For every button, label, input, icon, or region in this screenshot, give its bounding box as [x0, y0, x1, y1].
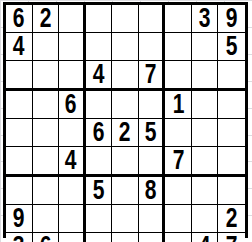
- cell-r3c5[interactable]: [112, 61, 139, 91]
- cell-r2c6[interactable]: [139, 33, 166, 61]
- cell-r1c9[interactable]: 9: [218, 5, 245, 33]
- cell-r2c9[interactable]: 5: [218, 33, 245, 61]
- cell-r7c1[interactable]: [6, 177, 33, 205]
- given-digit: 9: [13, 205, 25, 232]
- given-digit: 9: [226, 5, 238, 32]
- cell-r3c9[interactable]: [218, 61, 245, 91]
- cell-r7c6[interactable]: 8: [139, 177, 166, 205]
- cell-r5c8[interactable]: [192, 119, 219, 147]
- given-digit: 3: [13, 233, 25, 242]
- cell-r6c6[interactable]: [139, 147, 166, 177]
- cell-r6c5[interactable]: [112, 147, 139, 177]
- cell-r7c5[interactable]: [112, 177, 139, 205]
- given-digit: 1: [172, 91, 184, 118]
- cell-r8c2[interactable]: [33, 205, 60, 233]
- cell-r1c4[interactable]: [86, 5, 113, 33]
- cell-r4c9[interactable]: [218, 91, 245, 119]
- cell-r3c8[interactable]: [192, 61, 219, 91]
- cell-r9c4[interactable]: [86, 233, 113, 242]
- cell-r7c2[interactable]: [33, 177, 60, 205]
- given-digit: 4: [93, 61, 105, 88]
- given-digit: 2: [39, 5, 51, 32]
- cell-r2c1[interactable]: 4: [6, 33, 33, 61]
- given-digit: 4: [199, 233, 211, 242]
- cell-r1c5[interactable]: [112, 5, 139, 33]
- given-digit: 2: [119, 119, 131, 146]
- cell-r4c7[interactable]: 1: [165, 91, 192, 119]
- cell-r2c8[interactable]: [192, 33, 219, 61]
- given-digit: 7: [172, 147, 184, 174]
- given-digit: 7: [145, 61, 157, 88]
- given-digit: 6: [13, 5, 25, 32]
- cell-r3c3[interactable]: [59, 61, 86, 91]
- cell-r6c1[interactable]: [6, 147, 33, 177]
- cell-r1c3[interactable]: [59, 5, 86, 33]
- cell-r9c2[interactable]: 6: [33, 233, 60, 242]
- cell-r4c6[interactable]: [139, 91, 166, 119]
- cell-r8c5[interactable]: [112, 205, 139, 233]
- given-digit: 5: [145, 119, 157, 146]
- cell-r1c1[interactable]: 6: [6, 5, 33, 33]
- cell-r3c2[interactable]: [33, 61, 60, 91]
- cell-r4c5[interactable]: [112, 91, 139, 119]
- given-digit: 8: [145, 177, 157, 204]
- cell-r9c1[interactable]: 3: [6, 233, 33, 242]
- cell-r9c6[interactable]: [139, 233, 166, 242]
- given-digit: 6: [65, 91, 77, 118]
- given-digit: 5: [93, 177, 105, 204]
- cell-r9c7[interactable]: [165, 233, 192, 242]
- cell-r8c1[interactable]: 9: [6, 205, 33, 233]
- cell-r6c9[interactable]: [218, 147, 245, 177]
- cell-r2c5[interactable]: [112, 33, 139, 61]
- cell-r3c6[interactable]: 7: [139, 61, 166, 91]
- cell-r1c8[interactable]: 3: [192, 5, 219, 33]
- cell-r4c8[interactable]: [192, 91, 219, 119]
- cell-r9c3[interactable]: [59, 233, 86, 242]
- cell-r2c3[interactable]: [59, 33, 86, 61]
- given-digit: 6: [93, 119, 105, 146]
- cell-r8c4[interactable]: [86, 205, 113, 233]
- cell-r8c7[interactable]: [165, 205, 192, 233]
- sudoku-board: 62394547616254758923647: [3, 2, 248, 238]
- given-digit: 4: [13, 33, 25, 60]
- cell-r8c8[interactable]: [192, 205, 219, 233]
- cell-r1c7[interactable]: [165, 5, 192, 33]
- cell-r7c3[interactable]: [59, 177, 86, 205]
- cell-r1c6[interactable]: [139, 5, 166, 33]
- given-digit: 2: [226, 205, 238, 232]
- cell-r4c4[interactable]: [86, 91, 113, 119]
- cell-r5c4[interactable]: 6: [86, 119, 113, 147]
- cell-r6c8[interactable]: [192, 147, 219, 177]
- cell-r5c2[interactable]: [33, 119, 60, 147]
- cell-r8c6[interactable]: [139, 205, 166, 233]
- cell-r4c3[interactable]: 6: [59, 91, 86, 119]
- given-digit: 6: [39, 233, 51, 242]
- cell-r9c8[interactable]: 4: [192, 233, 219, 242]
- page-background: 62394547616254758923647: [0, 0, 252, 242]
- cell-r5c7[interactable]: [165, 119, 192, 147]
- cell-r2c2[interactable]: [33, 33, 60, 61]
- cell-r6c2[interactable]: [33, 147, 60, 177]
- cell-r9c9[interactable]: 7: [218, 233, 245, 242]
- cell-r2c7[interactable]: [165, 33, 192, 61]
- cell-r5c6[interactable]: 5: [139, 119, 166, 147]
- cell-r7c9[interactable]: [218, 177, 245, 205]
- cell-r6c7[interactable]: 7: [165, 147, 192, 177]
- cell-r3c7[interactable]: [165, 61, 192, 91]
- cell-r6c3[interactable]: 4: [59, 147, 86, 177]
- cell-r7c7[interactable]: [165, 177, 192, 205]
- cell-r7c8[interactable]: [192, 177, 219, 205]
- cell-r4c2[interactable]: [33, 91, 60, 119]
- given-digit: 5: [226, 33, 238, 60]
- cell-r7c4[interactable]: 5: [86, 177, 113, 205]
- cell-r8c3[interactable]: [59, 205, 86, 233]
- cell-r5c1[interactable]: [6, 119, 33, 147]
- cell-r1c2[interactable]: 2: [33, 5, 60, 33]
- cell-r3c4[interactable]: 4: [86, 61, 113, 91]
- cell-r4c1[interactable]: [6, 91, 33, 119]
- cell-r5c3[interactable]: [59, 119, 86, 147]
- cell-r3c1[interactable]: [6, 61, 33, 91]
- cell-r6c4[interactable]: [86, 147, 113, 177]
- cell-r8c9[interactable]: 2: [218, 205, 245, 233]
- cell-r9c5[interactable]: [112, 233, 139, 242]
- given-digit: 7: [226, 233, 238, 242]
- cell-r2c4[interactable]: [86, 33, 113, 61]
- given-digit: 4: [65, 147, 77, 174]
- cell-r5c9[interactable]: [218, 119, 245, 147]
- given-digit: 3: [199, 5, 211, 32]
- cell-r5c5[interactable]: 2: [112, 119, 139, 147]
